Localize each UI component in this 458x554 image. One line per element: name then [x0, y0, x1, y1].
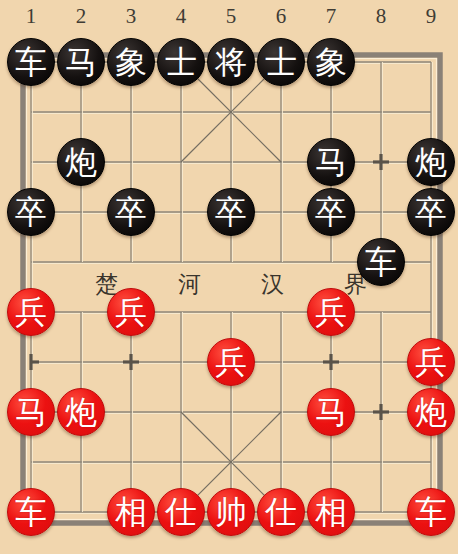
- piece-red-f3r10[interactable]: 相: [107, 488, 155, 536]
- column-label-5: 5: [218, 4, 244, 29]
- piece-black-f2r1[interactable]: 马: [57, 38, 105, 86]
- piece-black-f7r4[interactable]: 卒: [307, 188, 355, 236]
- piece-red-f1r8[interactable]: 马: [7, 388, 55, 436]
- piece-black-f8r5[interactable]: 车: [357, 238, 405, 286]
- piece-red-f7r8[interactable]: 马: [307, 388, 355, 436]
- piece-black-f1r1[interactable]: 车: [7, 38, 55, 86]
- piece-red-f5r7[interactable]: 兵: [207, 338, 255, 386]
- piece-black-f9r4[interactable]: 卒: [407, 188, 455, 236]
- column-label-7: 7: [318, 4, 344, 29]
- column-label-8: 8: [368, 4, 394, 29]
- xiangqi-board: 123456789 楚河汉界 车马象士将士象炮马炮卒卒卒卒卒车兵兵兵兵兵马炮马炮…: [0, 0, 458, 554]
- piece-red-f9r8[interactable]: 炮: [407, 388, 455, 436]
- piece-red-f9r10[interactable]: 车: [407, 488, 455, 536]
- column-label-9: 9: [418, 4, 444, 29]
- piece-red-f5r10[interactable]: 帅: [207, 488, 255, 536]
- piece-red-f6r10[interactable]: 仕: [257, 488, 305, 536]
- piece-black-f4r1[interactable]: 士: [157, 38, 205, 86]
- column-label-1: 1: [18, 4, 44, 29]
- piece-red-f3r6[interactable]: 兵: [107, 288, 155, 336]
- piece-red-f1r6[interactable]: 兵: [7, 288, 55, 336]
- column-label-6: 6: [268, 4, 294, 29]
- piece-black-f6r1[interactable]: 士: [257, 38, 305, 86]
- piece-black-f3r4[interactable]: 卒: [107, 188, 155, 236]
- piece-black-f3r1[interactable]: 象: [107, 38, 155, 86]
- column-label-3: 3: [118, 4, 144, 29]
- column-label-4: 4: [168, 4, 194, 29]
- piece-black-f1r4[interactable]: 卒: [7, 188, 55, 236]
- piece-red-f2r8[interactable]: 炮: [57, 388, 105, 436]
- piece-black-f2r3[interactable]: 炮: [57, 138, 105, 186]
- piece-red-f1r10[interactable]: 车: [7, 488, 55, 536]
- column-label-2: 2: [68, 4, 94, 29]
- piece-black-f9r3[interactable]: 炮: [407, 138, 455, 186]
- piece-black-f7r1[interactable]: 象: [307, 38, 355, 86]
- piece-black-f7r3[interactable]: 马: [307, 138, 355, 186]
- piece-red-f7r6[interactable]: 兵: [307, 288, 355, 336]
- piece-red-f7r10[interactable]: 相: [307, 488, 355, 536]
- piece-black-f5r4[interactable]: 卒: [207, 188, 255, 236]
- piece-black-f5r1[interactable]: 将: [207, 38, 255, 86]
- piece-red-f4r10[interactable]: 仕: [157, 488, 205, 536]
- piece-red-f9r7[interactable]: 兵: [407, 338, 455, 386]
